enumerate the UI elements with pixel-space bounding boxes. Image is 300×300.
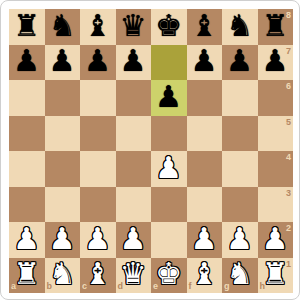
square-b1[interactable]: ♞b: [45, 258, 81, 294]
square-b8[interactable]: ♞: [45, 9, 81, 45]
square-d2[interactable]: ♟: [116, 222, 152, 258]
square-b2[interactable]: ♟: [45, 222, 81, 258]
square-h8[interactable]: ♜8: [258, 9, 294, 45]
square-e8[interactable]: ♚: [151, 9, 187, 45]
square-h2[interactable]: ♟2: [258, 222, 294, 258]
square-c8[interactable]: ♝: [80, 9, 116, 45]
square-g2[interactable]: ♟: [222, 222, 258, 258]
board-frame: ♜♞♝♛♚♝♞♜8♟♟♟♟♟♟♟7♟65♟43♟♟♟♟♟♟♟2♜a♞b♝c♛d♚…: [0, 0, 300, 300]
piece-black-bishop[interactable]: ♝: [191, 11, 218, 41]
square-c3[interactable]: [80, 187, 116, 223]
square-a6[interactable]: [9, 80, 45, 116]
square-e5[interactable]: [151, 116, 187, 152]
piece-white-rook[interactable]: ♜: [13, 259, 40, 289]
square-d1[interactable]: ♛d: [116, 258, 152, 294]
square-b6[interactable]: [45, 80, 81, 116]
square-e6[interactable]: ♟: [151, 80, 187, 116]
square-e1[interactable]: ♚e: [151, 258, 187, 294]
square-f2[interactable]: ♟: [187, 222, 223, 258]
square-a1[interactable]: ♜a: [9, 258, 45, 294]
piece-white-queen[interactable]: ♛: [120, 259, 147, 289]
piece-white-rook[interactable]: ♜: [262, 259, 289, 289]
square-c1[interactable]: ♝c: [80, 258, 116, 294]
piece-black-pawn[interactable]: ♟: [191, 46, 218, 76]
square-f1[interactable]: ♝f: [187, 258, 223, 294]
square-d6[interactable]: [116, 80, 152, 116]
square-h5[interactable]: 5: [258, 116, 294, 152]
square-a8[interactable]: ♜: [9, 9, 45, 45]
piece-white-knight[interactable]: ♞: [49, 259, 76, 289]
chess-board: ♜♞♝♛♚♝♞♜8♟♟♟♟♟♟♟7♟65♟43♟♟♟♟♟♟♟2♜a♞b♝c♛d♚…: [9, 9, 293, 293]
square-f7[interactable]: ♟: [187, 45, 223, 81]
square-h7[interactable]: ♟7: [258, 45, 294, 81]
piece-white-pawn[interactable]: ♟: [191, 224, 218, 254]
piece-black-rook[interactable]: ♜: [13, 11, 40, 41]
square-h3[interactable]: 3: [258, 187, 294, 223]
piece-white-pawn[interactable]: ♟: [262, 224, 289, 254]
square-g8[interactable]: ♞: [222, 9, 258, 45]
square-c2[interactable]: ♟: [80, 222, 116, 258]
square-e2[interactable]: [151, 222, 187, 258]
piece-black-pawn[interactable]: ♟: [120, 46, 147, 76]
square-g5[interactable]: [222, 116, 258, 152]
square-g3[interactable]: [222, 187, 258, 223]
piece-black-pawn[interactable]: ♟: [84, 46, 111, 76]
square-d7[interactable]: ♟: [116, 45, 152, 81]
square-f4[interactable]: [187, 151, 223, 187]
piece-white-pawn[interactable]: ♟: [120, 224, 147, 254]
square-a4[interactable]: [9, 151, 45, 187]
square-f8[interactable]: ♝: [187, 9, 223, 45]
square-e3[interactable]: [151, 187, 187, 223]
piece-white-pawn[interactable]: ♟: [226, 224, 253, 254]
piece-black-pawn[interactable]: ♟: [262, 46, 289, 76]
piece-white-pawn[interactable]: ♟: [155, 153, 182, 183]
square-f3[interactable]: [187, 187, 223, 223]
square-f6[interactable]: [187, 80, 223, 116]
piece-black-pawn[interactable]: ♟: [49, 46, 76, 76]
square-d4[interactable]: [116, 151, 152, 187]
square-d5[interactable]: [116, 116, 152, 152]
square-a2[interactable]: ♟: [9, 222, 45, 258]
square-f5[interactable]: [187, 116, 223, 152]
square-c7[interactable]: ♟: [80, 45, 116, 81]
coord-rank-3: 3: [286, 189, 291, 198]
square-g7[interactable]: ♟: [222, 45, 258, 81]
piece-white-king[interactable]: ♚: [155, 259, 182, 289]
piece-white-bishop[interactable]: ♝: [84, 259, 111, 289]
square-a5[interactable]: [9, 116, 45, 152]
square-h4[interactable]: 4: [258, 151, 294, 187]
coord-rank-5: 5: [286, 118, 291, 127]
piece-black-pawn[interactable]: ♟: [13, 46, 40, 76]
square-d8[interactable]: ♛: [116, 9, 152, 45]
piece-white-pawn[interactable]: ♟: [13, 224, 40, 254]
square-g1[interactable]: ♞g: [222, 258, 258, 294]
piece-black-pawn[interactable]: ♟: [155, 82, 182, 112]
square-b5[interactable]: [45, 116, 81, 152]
piece-white-pawn[interactable]: ♟: [84, 224, 111, 254]
square-c5[interactable]: [80, 116, 116, 152]
square-e4[interactable]: ♟: [151, 151, 187, 187]
piece-white-bishop[interactable]: ♝: [191, 259, 218, 289]
piece-black-queen[interactable]: ♛: [120, 11, 147, 41]
square-b3[interactable]: [45, 187, 81, 223]
coord-rank-4: 4: [286, 153, 291, 162]
square-d3[interactable]: [116, 187, 152, 223]
piece-black-knight[interactable]: ♞: [49, 11, 76, 41]
square-h6[interactable]: 6: [258, 80, 294, 116]
square-e7[interactable]: [151, 45, 187, 81]
square-g6[interactable]: [222, 80, 258, 116]
square-a7[interactable]: ♟: [9, 45, 45, 81]
square-b7[interactable]: ♟: [45, 45, 81, 81]
coord-rank-6: 6: [286, 82, 291, 91]
square-b4[interactable]: [45, 151, 81, 187]
square-a3[interactable]: [9, 187, 45, 223]
piece-black-knight[interactable]: ♞: [226, 11, 253, 41]
piece-black-king[interactable]: ♚: [155, 11, 182, 41]
square-g4[interactable]: [222, 151, 258, 187]
square-h1[interactable]: ♜1h: [258, 258, 294, 294]
piece-black-bishop[interactable]: ♝: [84, 11, 111, 41]
square-c4[interactable]: [80, 151, 116, 187]
piece-black-pawn[interactable]: ♟: [226, 46, 253, 76]
piece-white-pawn[interactable]: ♟: [49, 224, 76, 254]
piece-black-rook[interactable]: ♜: [262, 11, 289, 41]
piece-white-knight[interactable]: ♞: [226, 259, 253, 289]
square-c6[interactable]: [80, 80, 116, 116]
